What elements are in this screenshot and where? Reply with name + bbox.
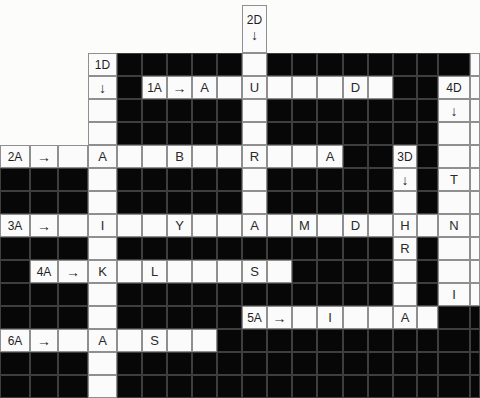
answer-cell-r6-c10[interactable] bbox=[267, 145, 292, 168]
blocked-cell-r2-c8 bbox=[217, 53, 242, 76]
answer-cell-r9-c4[interactable] bbox=[117, 214, 142, 237]
letter-glyph: B bbox=[175, 150, 184, 163]
blocked-cell-r10-c4 bbox=[117, 237, 142, 260]
blocked-cell-r13-c4 bbox=[117, 306, 142, 329]
blocked-cell-r8-c1 bbox=[30, 191, 58, 214]
answer-cell-r8-c9[interactable] bbox=[242, 191, 267, 214]
answer-cell-r6-c2[interactable] bbox=[58, 145, 88, 168]
blocked-cell-r7-c8 bbox=[217, 168, 242, 191]
answer-cell-r6-c7[interactable] bbox=[192, 145, 217, 168]
blocked-cell-r13-c1 bbox=[30, 306, 58, 329]
blocked-cell-r15-c10 bbox=[267, 352, 292, 375]
blocked-cell-r11-c13 bbox=[343, 260, 368, 283]
answer-cell-r9-c5[interactable] bbox=[142, 214, 167, 237]
letter-glyph: I bbox=[328, 311, 332, 324]
clue-cell-r9-c0: 3A bbox=[0, 214, 30, 237]
blocked-cell-r4-c13 bbox=[343, 99, 368, 122]
letter-cell-r6-c9[interactable]: R bbox=[242, 145, 267, 168]
blocked-cell-r14-c8 bbox=[217, 329, 242, 352]
blocked-cell-r14-c9 bbox=[242, 329, 267, 352]
blocked-cell-r10-c7 bbox=[192, 237, 217, 260]
answer-cell-r3-c10[interactable] bbox=[267, 76, 292, 99]
blocked-cell-r15-c5 bbox=[142, 352, 167, 375]
clue-arrow-icon: ↓ bbox=[251, 28, 258, 43]
answer-cell-r11-c18[interactable] bbox=[470, 260, 480, 283]
blocked-cell-r12-c1 bbox=[30, 283, 58, 306]
blocked-cell-r16-c5 bbox=[142, 375, 167, 398]
blocked-cell-r11-c14 bbox=[368, 260, 393, 283]
letter-cell-r6-c6[interactable]: B bbox=[167, 145, 192, 168]
letter-cell-r9-c13[interactable]: D bbox=[343, 214, 368, 237]
letter-cell-r6-c12[interactable]: A bbox=[317, 145, 343, 168]
blocked-cell-r5-c7 bbox=[192, 122, 217, 145]
blocked-cell-r2-c13 bbox=[343, 53, 368, 76]
blocked-cell-r5-c8 bbox=[217, 122, 242, 145]
blocked-cell-r12-c5 bbox=[142, 283, 167, 306]
blocked-cell-r13-c17 bbox=[438, 306, 470, 329]
blocked-cell-r7-c4 bbox=[117, 168, 142, 191]
blocked-cell-r2-c11 bbox=[292, 53, 317, 76]
blocked-cell-r15-c13 bbox=[343, 352, 368, 375]
clue-arrow-icon: → bbox=[173, 81, 187, 95]
clue-arrow-icon: ↓ bbox=[99, 81, 106, 95]
blocked-cell-r13-c8 bbox=[217, 306, 242, 329]
answer-cell-r3-c12[interactable] bbox=[317, 76, 343, 99]
answer-cell-r6-c8[interactable] bbox=[217, 145, 242, 168]
answer-cell-r13-c11[interactable] bbox=[292, 306, 317, 329]
clue-cell-r4-c17: ↓ bbox=[438, 99, 470, 122]
blocked-cell-r13-c6 bbox=[167, 306, 192, 329]
clue-cell-r13-c9: 5A bbox=[242, 306, 267, 329]
answer-cell-r13-c3[interactable] bbox=[88, 306, 117, 329]
blocked-cell-r7-c1 bbox=[30, 168, 58, 191]
blocked-cell-r4-c6 bbox=[167, 99, 192, 122]
letter-cell-r14-c3[interactable]: A bbox=[88, 329, 117, 352]
blocked-cell-r5-c4 bbox=[117, 122, 142, 145]
letter-cell-r3-c13[interactable]: D bbox=[343, 76, 368, 99]
clue-arrow-icon: ↓ bbox=[402, 173, 409, 187]
letter-glyph: K bbox=[98, 265, 107, 278]
blocked-cell-r12-c4 bbox=[117, 283, 142, 306]
blocked-cell-r15-c0 bbox=[0, 352, 30, 375]
letter-cell-r11-c9[interactable]: S bbox=[242, 260, 267, 283]
blocked-cell-r4-c11 bbox=[292, 99, 317, 122]
blocked-cell-r14-c12 bbox=[317, 329, 343, 352]
letter-glyph: A bbox=[98, 150, 107, 163]
letter-glyph: T bbox=[450, 173, 458, 186]
blocked-cell-r16-c9 bbox=[242, 375, 267, 398]
blocked-cell-r14-c16 bbox=[417, 329, 438, 352]
answer-cell-r9-c2[interactable] bbox=[58, 214, 88, 237]
blocked-cell-r16-c0 bbox=[0, 375, 30, 398]
clue-arrow-icon: → bbox=[37, 219, 51, 233]
blocked-cell-r11-c11 bbox=[292, 260, 317, 283]
blocked-cell-r14-c10 bbox=[267, 329, 292, 352]
clue-arrow-icon: → bbox=[273, 311, 287, 325]
letter-glyph: A bbox=[98, 334, 107, 347]
blocked-cell-r4-c15 bbox=[393, 99, 417, 122]
blocked-cell-r4-c16 bbox=[417, 99, 438, 122]
blocked-cell-r2-c10 bbox=[267, 53, 292, 76]
blocked-cell-r13-c2 bbox=[58, 306, 88, 329]
blocked-cell-r11-c16 bbox=[417, 260, 438, 283]
letter-glyph: A bbox=[200, 81, 209, 94]
answer-cell-r13-c13[interactable] bbox=[343, 306, 368, 329]
answer-cell-r2-c18[interactable] bbox=[470, 53, 480, 76]
answer-cell-r7-c9[interactable] bbox=[242, 168, 267, 191]
blocked-cell-r2-c4 bbox=[117, 53, 142, 76]
blocked-cell-r12-c14 bbox=[368, 283, 393, 306]
blocked-cell-r5-c11 bbox=[292, 122, 317, 145]
blocked-cell-r8-c2 bbox=[58, 191, 88, 214]
blocked-cell-r2-c6 bbox=[167, 53, 192, 76]
blocked-cell-r7-c5 bbox=[142, 168, 167, 191]
answer-cell-r9-c8[interactable] bbox=[217, 214, 242, 237]
answer-cell-r12-c15[interactable] bbox=[393, 283, 417, 306]
blocked-cell-r8-c12 bbox=[317, 191, 343, 214]
answer-cell-r14-c7[interactable] bbox=[192, 329, 217, 352]
blocked-cell-r13-c5 bbox=[142, 306, 167, 329]
answer-cell-r16-c3[interactable] bbox=[88, 375, 117, 398]
answer-cell-r3-c8[interactable] bbox=[217, 76, 242, 99]
answer-cell-r14-c4[interactable] bbox=[117, 329, 142, 352]
blocked-cell-r15-c12 bbox=[317, 352, 343, 375]
blocked-cell-r16-c13 bbox=[343, 375, 368, 398]
blocked-cell-r14-c15 bbox=[393, 329, 417, 352]
letter-glyph: H bbox=[400, 219, 409, 232]
blocked-cell-r16-c2 bbox=[58, 375, 88, 398]
blocked-cell-r8-c0 bbox=[0, 191, 30, 214]
answer-cell-r8-c17[interactable] bbox=[438, 191, 470, 214]
blocked-cell-r4-c7 bbox=[192, 99, 217, 122]
blocked-cell-r4-c14 bbox=[368, 99, 393, 122]
blocked-cell-r10-c2 bbox=[58, 237, 88, 260]
blocked-cell-r8-c7 bbox=[192, 191, 217, 214]
blocked-cell-r16-c6 bbox=[167, 375, 192, 398]
blocked-cell-r15-c11 bbox=[292, 352, 317, 375]
letter-cell-r14-c5[interactable]: S bbox=[142, 329, 167, 352]
blocked-cell-r16-c14 bbox=[368, 375, 393, 398]
blocked-cell-r16-c17 bbox=[438, 375, 470, 398]
letter-glyph: D bbox=[351, 81, 360, 94]
answer-cell-r6-c17[interactable] bbox=[438, 145, 470, 168]
blocked-cell-r12-c12 bbox=[317, 283, 343, 306]
clue-label: 1A bbox=[147, 82, 162, 94]
blocked-cell-r10-c9 bbox=[242, 237, 267, 260]
clue-label: 1D bbox=[95, 59, 110, 71]
answer-cell-r11-c15[interactable] bbox=[393, 260, 417, 283]
letter-glyph: A bbox=[326, 150, 335, 163]
clue-cell-r11-c1: 4A bbox=[30, 260, 58, 283]
answer-cell-r9-c18[interactable] bbox=[470, 214, 480, 237]
blocked-cell-r5-c15 bbox=[393, 122, 417, 145]
blocked-cell-r15-c8 bbox=[217, 352, 242, 375]
blocked-cell-r5-c16 bbox=[417, 122, 438, 145]
clue-arrow-icon: ↓ bbox=[451, 104, 458, 118]
clue-cell-r6-c15: 3D bbox=[393, 145, 417, 168]
clue-cell-r13-c10: → bbox=[267, 306, 292, 329]
answer-cell-r11-c4[interactable] bbox=[117, 260, 142, 283]
blocked-cell-r11-c12 bbox=[317, 260, 343, 283]
blocked-cell-r12-c0 bbox=[0, 283, 30, 306]
clue-cell-r6-c1: → bbox=[30, 145, 58, 168]
letter-cell-r9-c11[interactable]: M bbox=[292, 214, 317, 237]
clue-cell-r14-c1: → bbox=[30, 329, 58, 352]
answer-cell-r11-c8[interactable] bbox=[217, 260, 242, 283]
blocked-cell-r8-c13 bbox=[343, 191, 368, 214]
clue-label: 3D bbox=[397, 151, 412, 163]
answer-cell-r9-c12[interactable] bbox=[317, 214, 343, 237]
blocked-cell-r4-c10 bbox=[267, 99, 292, 122]
blocked-cell-r4-c4 bbox=[117, 99, 142, 122]
answer-cell-r2-c9[interactable] bbox=[242, 53, 267, 76]
letter-glyph: S bbox=[150, 334, 159, 347]
crossword-worksheet: 1D↓1A→AUD4D↓2A→ABRA3D↓T3A→IYAMDHNR4A→KLS… bbox=[0, 0, 480, 398]
letter-cell-r12-c17[interactable]: I bbox=[438, 283, 470, 306]
answer-cell-r3-c11[interactable] bbox=[292, 76, 317, 99]
answer-cell-r7-c3[interactable] bbox=[88, 168, 117, 191]
answer-cell-r4-c9[interactable] bbox=[242, 99, 267, 122]
answer-cell-r8-c3[interactable] bbox=[88, 191, 117, 214]
blocked-cell-r12-c11 bbox=[292, 283, 317, 306]
blocked-cell-r12-c2 bbox=[58, 283, 88, 306]
clue-label: 3A bbox=[8, 220, 23, 232]
answer-cell-r15-c3[interactable] bbox=[88, 352, 117, 375]
blocked-cell-r10-c11 bbox=[292, 237, 317, 260]
blocked-cell-r4-c8 bbox=[217, 99, 242, 122]
clue-arrow-icon: → bbox=[37, 150, 51, 164]
answer-cell-r5-c17[interactable] bbox=[438, 122, 470, 145]
answer-cell-r13-c16[interactable] bbox=[417, 306, 438, 329]
clue-label: 4D bbox=[446, 82, 461, 94]
answer-cell-r9-c16[interactable] bbox=[417, 214, 438, 237]
blocked-cell-r10-c13 bbox=[343, 237, 368, 260]
answer-cell-r3-c18[interactable] bbox=[470, 76, 480, 99]
letter-cell-r3-c9[interactable]: U bbox=[242, 76, 267, 99]
blocked-cell-r15-c17 bbox=[438, 352, 470, 375]
letter-glyph: I bbox=[452, 288, 456, 301]
clue-cell-r3-c6: → bbox=[167, 76, 192, 99]
blocked-cell-r2-c5 bbox=[142, 53, 167, 76]
letter-cell-r7-c17[interactable]: T bbox=[438, 168, 470, 191]
letter-cell-r9-c6[interactable]: Y bbox=[167, 214, 192, 237]
blocked-cell-r7-c14 bbox=[368, 168, 393, 191]
blocked-cell-r10-c5 bbox=[142, 237, 167, 260]
blocked-cell-r14-c18 bbox=[470, 329, 480, 352]
blocked-cell-r7-c12 bbox=[317, 168, 343, 191]
blocked-cell-r6-c14 bbox=[368, 145, 393, 168]
blocked-cell-r12-c13 bbox=[343, 283, 368, 306]
blocked-cell-r16-c16 bbox=[417, 375, 438, 398]
blocked-cell-r7-c10 bbox=[267, 168, 292, 191]
blocked-cell-r8-c6 bbox=[167, 191, 192, 214]
clue-label: 2A bbox=[8, 151, 23, 163]
clue-label: 2D bbox=[247, 14, 262, 28]
letter-cell-r9-c9[interactable]: A bbox=[242, 214, 267, 237]
answer-cell-r9-c10[interactable] bbox=[267, 214, 292, 237]
blocked-cell-r16-c18 bbox=[470, 375, 480, 398]
answer-cell-r9-c14[interactable] bbox=[368, 214, 393, 237]
answer-cell-r10-c3[interactable] bbox=[88, 237, 117, 260]
answer-cell-r10-c18[interactable] bbox=[470, 237, 480, 260]
blocked-cell-r14-c13 bbox=[343, 329, 368, 352]
blocked-cell-r12-c9 bbox=[242, 283, 267, 306]
clue-label: 4A bbox=[37, 266, 52, 278]
answer-cell-r11-c6[interactable] bbox=[167, 260, 192, 283]
blocked-cell-r12-c6 bbox=[167, 283, 192, 306]
blocked-cell-r2-c17 bbox=[438, 53, 470, 76]
clue-cell-r9-c1: → bbox=[30, 214, 58, 237]
blocked-cell-r10-c1 bbox=[30, 237, 58, 260]
blocked-cell-r13-c18 bbox=[470, 306, 480, 329]
letter-glyph: M bbox=[299, 219, 310, 232]
letter-glyph: S bbox=[250, 265, 259, 278]
letter-glyph: R bbox=[400, 242, 409, 255]
blocked-cell-r13-c7 bbox=[192, 306, 217, 329]
blocked-cell-r11-c0 bbox=[0, 260, 30, 283]
letter-cell-r6-c3[interactable]: A bbox=[88, 145, 117, 168]
blocked-cell-r16-c8 bbox=[217, 375, 242, 398]
answer-cell-r11-c10[interactable] bbox=[267, 260, 292, 283]
blocked-cell-r15-c2 bbox=[58, 352, 88, 375]
blocked-cell-r3-c15 bbox=[393, 76, 417, 99]
blocked-cell-r2-c12 bbox=[317, 53, 343, 76]
answer-cell-r11-c7[interactable] bbox=[192, 260, 217, 283]
clue-cell-r14-c0: 6A bbox=[0, 329, 30, 352]
answer-cell-r6-c4[interactable] bbox=[117, 145, 142, 168]
blocked-cell-r2-c14 bbox=[368, 53, 393, 76]
letter-cell-r10-c15[interactable]: R bbox=[393, 237, 417, 260]
blocked-cell-r5-c14 bbox=[368, 122, 393, 145]
letter-cell-r11-c5[interactable]: L bbox=[142, 260, 167, 283]
blocked-cell-r15-c16 bbox=[417, 352, 438, 375]
blocked-cell-r8-c4 bbox=[117, 191, 142, 214]
clue-cell-r3-c3: ↓ bbox=[88, 76, 117, 99]
answer-cell-r14-c6[interactable] bbox=[167, 329, 192, 352]
clue-arrow-icon: → bbox=[66, 265, 80, 279]
blocked-cell-r16-c11 bbox=[292, 375, 317, 398]
letter-cell-r3-c7[interactable]: A bbox=[192, 76, 217, 99]
answer-cell-r6-c11[interactable] bbox=[292, 145, 317, 168]
letter-cell-r11-c3[interactable]: K bbox=[88, 260, 117, 283]
blocked-cell-r2-c16 bbox=[417, 53, 438, 76]
blocked-cell-r10-c10 bbox=[267, 237, 292, 260]
letter-cell-r13-c15[interactable]: A bbox=[393, 306, 417, 329]
blocked-cell-r6-c16 bbox=[417, 145, 438, 168]
blocked-cell-r5-c12 bbox=[317, 122, 343, 145]
answer-cell-r7-c18[interactable] bbox=[470, 168, 480, 191]
blocked-cell-r16-c12 bbox=[317, 375, 343, 398]
answer-cell-r11-c17[interactable] bbox=[438, 260, 470, 283]
blocked-cell-r10-c14 bbox=[368, 237, 393, 260]
blocked-cell-r14-c14 bbox=[368, 329, 393, 352]
blocked-cell-r16-c7 bbox=[192, 375, 217, 398]
clue-label: 5A bbox=[247, 312, 262, 324]
letter-cell-r9-c15[interactable]: H bbox=[393, 214, 417, 237]
clue-cell-r7-c15: ↓ bbox=[393, 168, 417, 191]
answer-cell-r3-c14[interactable] bbox=[368, 76, 393, 99]
answer-cell-r13-c14[interactable] bbox=[368, 306, 393, 329]
blocked-cell-r16-c1 bbox=[30, 375, 58, 398]
clue-cell-r6-c0: 2A bbox=[0, 145, 30, 168]
clue-arrow-icon: → bbox=[37, 334, 51, 348]
blocked-cell-r14-c17 bbox=[438, 329, 470, 352]
letter-glyph: R bbox=[250, 150, 259, 163]
answer-cell-r6-c5[interactable] bbox=[142, 145, 167, 168]
answer-cell-r8-c15[interactable] bbox=[393, 191, 417, 214]
clue-label: 6A bbox=[8, 335, 23, 347]
letter-glyph: I bbox=[101, 219, 105, 232]
blocked-cell-r7-c0 bbox=[0, 168, 30, 191]
blocked-cell-r16-c15 bbox=[393, 375, 417, 398]
answer-cell-r8-c18[interactable] bbox=[470, 191, 480, 214]
answer-cell-r5-c3[interactable] bbox=[88, 122, 117, 145]
clue-cell-r2-c3: 1D bbox=[88, 53, 117, 76]
blocked-cell-r15-c1 bbox=[30, 352, 58, 375]
answer-cell-r6-c18[interactable] bbox=[470, 145, 480, 168]
blocked-cell-r7-c13 bbox=[343, 168, 368, 191]
blocked-cell-r10-c16 bbox=[417, 237, 438, 260]
answer-cell-r12-c18[interactable] bbox=[470, 283, 480, 306]
blocked-cell-r2-c15 bbox=[393, 53, 417, 76]
blocked-cell-r6-c13 bbox=[343, 145, 368, 168]
blocked-cell-r7-c11 bbox=[292, 168, 317, 191]
blocked-cell-r15-c4 bbox=[117, 352, 142, 375]
letter-cell-r9-c17[interactable]: N bbox=[438, 214, 470, 237]
blocked-cell-r15-c6 bbox=[167, 352, 192, 375]
blocked-cell-r15-c14 bbox=[368, 352, 393, 375]
blocked-cell-r7-c16 bbox=[417, 168, 438, 191]
answer-cell-r4-c18[interactable] bbox=[470, 99, 480, 122]
answer-cell-r5-c18[interactable] bbox=[470, 122, 480, 145]
blocked-cell-r15-c7 bbox=[192, 352, 217, 375]
answer-cell-r14-c2[interactable] bbox=[58, 329, 88, 352]
answer-cell-r12-c3[interactable] bbox=[88, 283, 117, 306]
clue-cell-r3-c17: 4D bbox=[438, 76, 470, 99]
blocked-cell-r4-c12 bbox=[317, 99, 343, 122]
blocked-cell-r5-c13 bbox=[343, 122, 368, 145]
letter-cell-r13-c12[interactable]: I bbox=[317, 306, 343, 329]
blocked-cell-r7-c6 bbox=[167, 168, 192, 191]
letter-cell-r9-c3[interactable]: I bbox=[88, 214, 117, 237]
blocked-cell-r12-c16 bbox=[417, 283, 438, 306]
blocked-cell-r12-c10 bbox=[267, 283, 292, 306]
letter-glyph: U bbox=[250, 81, 259, 94]
clue-cell-r11-c2: → bbox=[58, 260, 88, 283]
blocked-cell-r15-c18 bbox=[470, 352, 480, 375]
blocked-cell-r7-c2 bbox=[58, 168, 88, 191]
answer-cell-r4-c3[interactable] bbox=[88, 99, 117, 122]
blocked-cell-r5-c5 bbox=[142, 122, 167, 145]
blocked-cell-r15-c9 bbox=[242, 352, 267, 375]
clue-cell-r3-c5: 1A bbox=[142, 76, 167, 99]
letter-glyph: N bbox=[449, 219, 458, 232]
letter-glyph: A bbox=[250, 219, 259, 232]
blocked-cell-r2-c7 bbox=[192, 53, 217, 76]
blocked-cell-r7-c7 bbox=[192, 168, 217, 191]
crossword-grid: 1D↓1A→AUD4D↓2A→ABRA3D↓T3A→IYAMDHNR4A→KLS… bbox=[0, 0, 480, 398]
answer-cell-r9-c7[interactable] bbox=[192, 214, 217, 237]
blocked-cell-r16-c10 bbox=[267, 375, 292, 398]
blocked-cell-r10-c6 bbox=[167, 237, 192, 260]
blocked-cell-r10-c0 bbox=[0, 237, 30, 260]
blocked-cell-r13-c0 bbox=[0, 306, 30, 329]
answer-cell-r5-c9[interactable] bbox=[242, 122, 267, 145]
blocked-cell-r16-c4 bbox=[117, 375, 142, 398]
letter-glyph: Y bbox=[175, 219, 184, 232]
answer-cell-r10-c17[interactable] bbox=[438, 237, 470, 260]
blocked-cell-r4-c5 bbox=[142, 99, 167, 122]
